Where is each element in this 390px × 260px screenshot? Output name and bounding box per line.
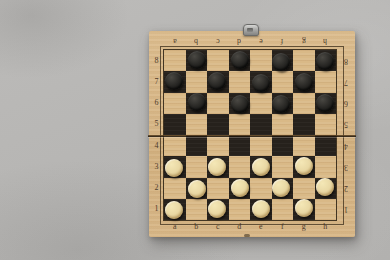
square-g4[interactable] [293, 135, 315, 156]
table-surface: aabbccddeeffgghh8877665544332211 [0, 0, 390, 260]
square-a2[interactable] [164, 178, 186, 199]
rank-label-right-6: 6 [344, 99, 348, 107]
square-c4[interactable] [207, 135, 229, 156]
square-b4[interactable] [186, 135, 208, 156]
black-man-c7[interactable] [208, 72, 226, 90]
file-label-bottom-g: g [302, 223, 306, 231]
rank-label-left-1: 1 [155, 205, 159, 213]
square-c6[interactable] [207, 93, 229, 114]
square-e4[interactable] [250, 135, 272, 156]
rank-label-left-3: 3 [155, 163, 159, 171]
rank-label-left-8: 8 [155, 57, 159, 65]
square-g2[interactable] [293, 178, 315, 199]
square-a4[interactable] [164, 135, 186, 156]
square-a8[interactable] [164, 50, 186, 71]
black-man-f8[interactable] [272, 53, 290, 71]
black-man-d8[interactable] [231, 51, 249, 69]
white-man-a3[interactable] [165, 159, 183, 177]
rank-label-right-5: 5 [344, 120, 348, 128]
rank-label-right-1: 1 [344, 205, 348, 213]
black-man-h8[interactable] [316, 52, 334, 70]
square-d5[interactable] [229, 114, 251, 135]
square-f3[interactable] [272, 156, 294, 177]
file-label-bottom-h: h [323, 223, 327, 231]
square-b5[interactable] [186, 114, 208, 135]
square-d4[interactable] [229, 135, 251, 156]
square-h3[interactable] [315, 156, 337, 177]
file-label-top-f: f [281, 37, 284, 45]
rank-label-right-7: 7 [344, 78, 348, 86]
file-label-bottom-b: b [194, 223, 198, 231]
square-h1[interactable] [315, 199, 337, 220]
square-e5[interactable] [250, 114, 272, 135]
square-a6[interactable] [164, 93, 186, 114]
file-label-top-e: e [259, 37, 263, 45]
rank-label-right-2: 2 [344, 184, 348, 192]
file-label-top-g: g [302, 37, 306, 45]
file-label-top-b: b [194, 37, 198, 45]
file-label-bottom-f: f [281, 223, 284, 231]
square-a5[interactable] [164, 114, 186, 135]
square-g6[interactable] [293, 93, 315, 114]
file-label-top-h: h [323, 37, 327, 45]
square-d1[interactable] [229, 199, 251, 220]
board-clasp [243, 24, 259, 36]
square-h4[interactable] [315, 135, 337, 156]
square-c2[interactable] [207, 178, 229, 199]
square-f1[interactable] [272, 199, 294, 220]
black-man-h6[interactable] [316, 94, 334, 112]
white-man-f2[interactable] [272, 179, 290, 197]
square-c8[interactable] [207, 50, 229, 71]
square-e6[interactable] [250, 93, 272, 114]
square-g8[interactable] [293, 50, 315, 71]
rank-label-left-6: 6 [155, 99, 159, 107]
square-h5[interactable] [315, 114, 337, 135]
square-f5[interactable] [272, 114, 294, 135]
board-hinge-mark [244, 234, 250, 237]
checkers-board: aabbccddeeffgghh8877665544332211 [149, 31, 355, 237]
square-e8[interactable] [250, 50, 272, 71]
square-f4[interactable] [272, 135, 294, 156]
square-g5[interactable] [293, 114, 315, 135]
rank-label-left-2: 2 [155, 184, 159, 192]
square-f7[interactable] [272, 71, 294, 92]
rank-label-left-7: 7 [155, 78, 159, 86]
white-man-b2[interactable] [188, 180, 206, 198]
rank-label-right-3: 3 [344, 163, 348, 171]
rank-label-right-4: 4 [344, 142, 348, 150]
square-b1[interactable] [186, 199, 208, 220]
square-b7[interactable] [186, 71, 208, 92]
file-label-top-a: a [173, 37, 177, 45]
square-c5[interactable] [207, 114, 229, 135]
white-man-a1[interactable] [165, 201, 183, 219]
white-man-h2[interactable] [316, 178, 334, 196]
black-man-b6[interactable] [188, 93, 206, 111]
file-label-top-c: c [216, 37, 220, 45]
file-label-bottom-c: c [216, 223, 220, 231]
black-man-e7[interactable] [252, 74, 270, 92]
white-man-e1[interactable] [252, 200, 270, 218]
square-e2[interactable] [250, 178, 272, 199]
black-man-f6[interactable] [272, 95, 290, 113]
file-label-bottom-e: e [259, 223, 263, 231]
square-h7[interactable] [315, 71, 337, 92]
file-label-top-d: d [237, 37, 241, 45]
rank-label-left-4: 4 [155, 142, 159, 150]
black-man-b8[interactable] [188, 51, 206, 69]
square-b3[interactable] [186, 156, 208, 177]
square-d3[interactable] [229, 156, 251, 177]
square-d7[interactable] [229, 71, 251, 92]
white-man-e3[interactable] [252, 158, 270, 176]
rank-label-left-5: 5 [155, 120, 159, 128]
file-label-bottom-a: a [173, 223, 177, 231]
rank-label-right-8: 8 [344, 57, 348, 65]
file-label-bottom-d: d [237, 223, 241, 231]
